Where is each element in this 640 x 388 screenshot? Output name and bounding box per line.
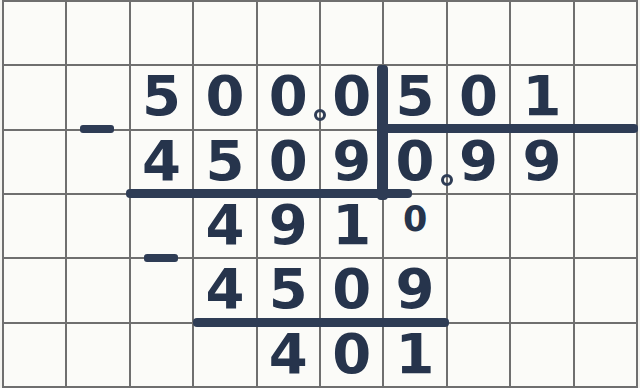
digit-r3c6: 0 (403, 202, 427, 237)
digit-r4c6: 9 (396, 261, 435, 317)
grid-cell-r1c0 (4, 66, 67, 130)
digit-r1c2: 5 (142, 68, 181, 124)
grid-cell-r2c0 (4, 131, 67, 195)
grid-cell-r1c1 (67, 66, 130, 130)
grid-cell-r0c5 (321, 2, 384, 66)
grid-cell-r3c2 (131, 195, 194, 259)
grid-cell-r4c0 (4, 259, 67, 323)
grid-cell-r0c3 (194, 2, 257, 66)
grid-cell-r4c7 (448, 259, 511, 323)
digit-r2c6: 0 (396, 133, 435, 189)
digit-r1c6: 5 (396, 68, 435, 124)
grid-cell-r0c8 (511, 2, 574, 66)
grid-cell-r3c9 (575, 195, 638, 259)
grid-cell-r4c2 (131, 259, 194, 323)
grid-cell-r3c3: 4 (194, 195, 257, 259)
divisor-underline (377, 124, 638, 133)
grid-cell-r4c9 (575, 259, 638, 323)
grid-cell-r2c6: 0 (384, 131, 447, 195)
grid-cell-r1c7: 0 (448, 66, 511, 130)
grid-cell-r3c5: 1 (321, 195, 384, 259)
grid-cell-r2c8: 9 (511, 131, 574, 195)
grid-cell-r1c8: 1 (511, 66, 574, 130)
grid-cell-r0c2 (131, 2, 194, 66)
grid-cell-r1c4: 0 (258, 66, 321, 130)
digit-r5c6: 1 (396, 326, 435, 382)
grid-cell-r5c5: 0 (321, 324, 384, 388)
grid-cell-r3c7 (448, 195, 511, 259)
grid-cell-r1c6: 5 (384, 66, 447, 130)
grid-cell-r0c4 (258, 2, 321, 66)
decimal-comma-dividend (314, 109, 326, 121)
digit-r2c8: 9 (522, 133, 561, 189)
digit-r5c5: 0 (332, 326, 371, 382)
subtraction-line-2 (193, 318, 449, 327)
grid-cell-r3c1 (67, 195, 130, 259)
digit-r2c7: 9 (459, 133, 498, 189)
grid-cell-r5c8 (511, 324, 574, 388)
digit-r2c5: 9 (332, 133, 371, 189)
grid-cell-r0c7 (448, 2, 511, 66)
grid-cell-r4c4: 5 (258, 259, 321, 323)
digit-r1c5: 0 (332, 68, 371, 124)
grid-cell-r4c1 (67, 259, 130, 323)
grid-cell-r5c6: 1 (384, 324, 447, 388)
grid-cell-r0c0 (4, 2, 67, 66)
grid-cell-r0c1 (67, 2, 130, 66)
digit-r5c4: 4 (269, 326, 308, 382)
squared-paper-sheet: 5000501450909949104509401 (0, 0, 640, 388)
digit-r1c7: 0 (459, 68, 498, 124)
digit-r4c5: 0 (332, 261, 371, 317)
grid-cell-r2c5: 9 (321, 131, 384, 195)
grid-cell-r1c5: 0 (321, 66, 384, 130)
grid-cell-r4c8 (511, 259, 574, 323)
grid-cell-r2c7: 9 (448, 131, 511, 195)
grid-cell-r3c0 (4, 195, 67, 259)
digit-r4c3: 4 (205, 261, 244, 317)
digit-r1c8: 1 (522, 68, 561, 124)
digit-r2c2: 4 (142, 133, 181, 189)
grid-cell-r5c3 (194, 324, 257, 388)
digit-r2c4: 0 (269, 133, 308, 189)
grid-cell-r5c7 (448, 324, 511, 388)
minus-sign-2 (144, 254, 178, 262)
grid-cell-r0c6 (384, 2, 447, 66)
grid-cell-r3c4: 9 (258, 195, 321, 259)
grid-cell-r1c3: 0 (194, 66, 257, 130)
digit-r3c3: 4 (205, 197, 244, 253)
grid-cell-r3c8 (511, 195, 574, 259)
decimal-comma-quotient (441, 174, 453, 186)
grid-cell-r2c3: 5 (194, 131, 257, 195)
subtraction-line-1 (126, 189, 412, 198)
grid-cell-r4c3: 4 (194, 259, 257, 323)
grid-cell-r2c4: 0 (258, 131, 321, 195)
grid-cell-r2c9 (575, 131, 638, 195)
grid-cell-r1c2: 5 (131, 66, 194, 130)
grid-cell-r4c6: 9 (384, 259, 447, 323)
digit-r1c3: 0 (205, 68, 244, 124)
digit-r4c4: 5 (269, 261, 308, 317)
grid-cell-r3c6: 0 (384, 195, 447, 259)
digit-r1c4: 0 (269, 68, 308, 124)
grid-cell-r5c4: 4 (258, 324, 321, 388)
digit-r2c3: 5 (205, 133, 244, 189)
grid-cell-r5c1 (67, 324, 130, 388)
grid-cell-r4c5: 0 (321, 259, 384, 323)
minus-sign-1 (80, 125, 114, 133)
grid-cell-r1c9 (575, 66, 638, 130)
grid-cell-r2c2: 4 (131, 131, 194, 195)
grid-cell-r5c9 (575, 324, 638, 388)
grid-cell-r2c1 (67, 131, 130, 195)
grid-cell-r5c0 (4, 324, 67, 388)
grid-cell-r5c2 (131, 324, 194, 388)
grid-cell-r0c9 (575, 2, 638, 66)
digit-r3c5: 1 (332, 197, 371, 253)
digit-r3c4: 9 (269, 197, 308, 253)
